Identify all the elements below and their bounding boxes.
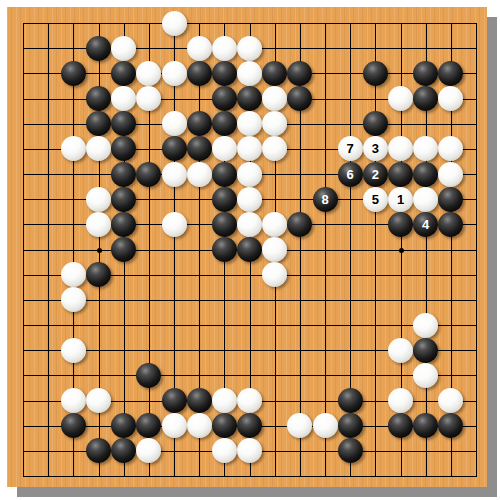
- stone-black: [86, 111, 111, 136]
- stone-white: [61, 287, 86, 312]
- stone-black: [136, 162, 161, 187]
- stone-white: [262, 262, 287, 287]
- stone-black: [287, 212, 312, 237]
- grid-line-v-14: [375, 23, 376, 477]
- stone-black: [111, 136, 136, 161]
- stone-black: [86, 36, 111, 61]
- stone-white: [61, 338, 86, 363]
- move-number-2: 2: [372, 168, 379, 181]
- stone-white: [388, 136, 413, 161]
- stone-black: [212, 61, 237, 86]
- stone-black: [388, 413, 413, 438]
- stone-white: [187, 162, 212, 187]
- stone-white: [237, 162, 262, 187]
- stone-black: [111, 212, 136, 237]
- stone-black: [237, 413, 262, 438]
- go-board: 73628514: [7, 7, 487, 487]
- stone-white: [262, 136, 287, 161]
- stone-white: [162, 162, 187, 187]
- move-number-5: 5: [372, 193, 379, 206]
- grid-line-v-18: [476, 23, 477, 477]
- stone-black: [388, 212, 413, 237]
- stone-black: [162, 388, 187, 413]
- stone-white: [136, 438, 161, 463]
- stone-black: [237, 86, 262, 111]
- stone-black: [287, 86, 312, 111]
- stone-white: 7: [338, 136, 363, 161]
- stone-black: [61, 61, 86, 86]
- stone-black: [86, 438, 111, 463]
- grid-line-v-12: [325, 23, 326, 477]
- stone-white: [237, 111, 262, 136]
- stone-white: [136, 86, 161, 111]
- stone-black: [413, 413, 438, 438]
- stone-black: [187, 388, 212, 413]
- stone-white: [86, 187, 111, 212]
- stone-white: [187, 36, 212, 61]
- star-point: [97, 248, 102, 253]
- stone-black: [111, 61, 136, 86]
- stone-white: [313, 413, 338, 438]
- grid-line-h-14: [23, 375, 477, 376]
- stone-black: [363, 111, 388, 136]
- star-point: [399, 248, 404, 253]
- stone-black: [86, 262, 111, 287]
- stone-white: [61, 136, 86, 161]
- stone-white: [262, 86, 287, 111]
- stone-white: [86, 388, 111, 413]
- stone-white: [86, 136, 111, 161]
- stone-white: [413, 363, 438, 388]
- stone-black: 6: [338, 162, 363, 187]
- stone-white: [438, 162, 463, 187]
- stone-white: [162, 111, 187, 136]
- stone-white: [262, 111, 287, 136]
- stone-white: [388, 338, 413, 363]
- stone-black: [136, 363, 161, 388]
- stone-black: [237, 237, 262, 262]
- grid-line-h-12: [23, 325, 477, 326]
- move-number-1: 1: [397, 193, 404, 206]
- move-number-4: 4: [422, 218, 429, 231]
- stone-white: [413, 136, 438, 161]
- stone-black: [187, 61, 212, 86]
- stone-white: [262, 237, 287, 262]
- stone-black: [212, 413, 237, 438]
- stone-black: [438, 413, 463, 438]
- stone-white: [136, 61, 161, 86]
- stone-white: [237, 61, 262, 86]
- stone-black: [136, 413, 161, 438]
- stone-white: [111, 36, 136, 61]
- stone-black: [413, 338, 438, 363]
- stone-white: [438, 388, 463, 413]
- stone-white: 1: [388, 187, 413, 212]
- stone-white: [162, 212, 187, 237]
- stone-white: [287, 413, 312, 438]
- stone-black: [413, 61, 438, 86]
- stone-black: [338, 388, 363, 413]
- stone-black: [212, 212, 237, 237]
- stone-white: [388, 388, 413, 413]
- stone-black: 8: [313, 187, 338, 212]
- stone-black: [413, 162, 438, 187]
- stone-white: [237, 187, 262, 212]
- stone-white: [212, 388, 237, 413]
- stone-black: [212, 162, 237, 187]
- stone-white: 5: [363, 187, 388, 212]
- stone-black: [438, 212, 463, 237]
- stone-black: [338, 438, 363, 463]
- stone-black: [111, 237, 136, 262]
- stone-white: [438, 86, 463, 111]
- stone-black: 4: [413, 212, 438, 237]
- stone-white: [237, 388, 262, 413]
- move-number-6: 6: [347, 168, 354, 181]
- stone-black: [363, 61, 388, 86]
- stone-black: [86, 86, 111, 111]
- stone-white: [413, 187, 438, 212]
- stone-black: [187, 111, 212, 136]
- stone-black: [111, 111, 136, 136]
- stone-black: [61, 413, 86, 438]
- stone-white: [212, 438, 237, 463]
- stone-black: [212, 237, 237, 262]
- stone-white: [237, 438, 262, 463]
- stone-black: [413, 86, 438, 111]
- stone-white: [111, 86, 136, 111]
- stone-white: [237, 136, 262, 161]
- stone-white: [262, 212, 287, 237]
- stone-black: [187, 136, 212, 161]
- stone-white: [86, 212, 111, 237]
- stone-white: [438, 136, 463, 161]
- stone-black: [111, 438, 136, 463]
- page: 73628514: [0, 0, 500, 500]
- move-number-3: 3: [372, 142, 379, 155]
- stone-black: [287, 61, 312, 86]
- grid-line-h-11: [23, 300, 477, 301]
- stone-black: [212, 111, 237, 136]
- stone-black: [438, 61, 463, 86]
- stone-white: [162, 61, 187, 86]
- stone-white: [237, 212, 262, 237]
- grid-line-h-18: [23, 476, 477, 477]
- stone-black: [388, 162, 413, 187]
- stone-black: [111, 413, 136, 438]
- move-number-7: 7: [347, 142, 354, 155]
- stone-white: [187, 413, 212, 438]
- stone-white: [237, 36, 262, 61]
- stone-white: [162, 413, 187, 438]
- stone-black: [338, 413, 363, 438]
- move-number-8: 8: [321, 193, 328, 206]
- stone-black: [111, 162, 136, 187]
- stone-white: [413, 313, 438, 338]
- stone-black: [162, 136, 187, 161]
- stone-black: 2: [363, 162, 388, 187]
- stone-black: [212, 86, 237, 111]
- stone-black: [212, 187, 237, 212]
- stone-white: [212, 136, 237, 161]
- stone-white: [162, 11, 187, 36]
- stone-black: [262, 61, 287, 86]
- stone-white: [388, 86, 413, 111]
- stone-black: [111, 187, 136, 212]
- stone-black: [438, 187, 463, 212]
- stone-white: [212, 36, 237, 61]
- stone-white: 3: [363, 136, 388, 161]
- stone-white: [61, 262, 86, 287]
- stone-white: [61, 388, 86, 413]
